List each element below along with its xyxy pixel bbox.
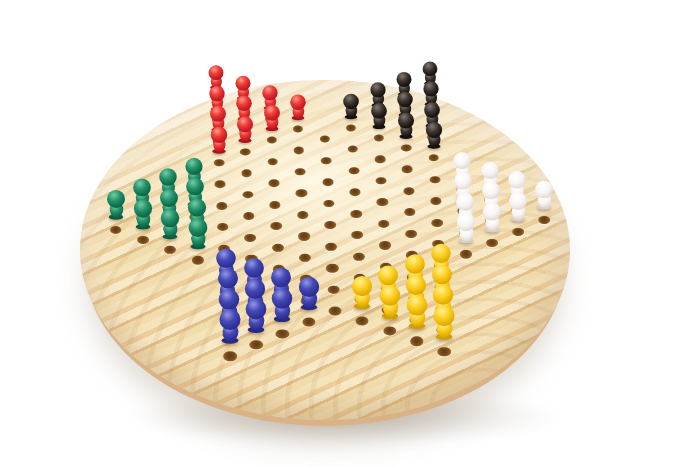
board-hole [326,264,338,273]
board-hole [377,198,388,206]
chinese-checkers-board [80,80,570,420]
peg-white [482,202,502,244]
peg-yellow [433,305,456,353]
board-hole [267,158,278,165]
peg-white [456,213,476,256]
board-hole [244,233,256,241]
board-hole [299,254,311,262]
board-hole [243,212,254,220]
board-hole [217,223,229,231]
peg-white [535,181,555,222]
peg-black [370,103,387,139]
board-hole [297,211,308,219]
peg-red [210,127,228,165]
board-hole [431,219,443,227]
board-hole [298,232,310,240]
board-hole [323,200,334,208]
peg-black [343,93,360,129]
board-hole [350,210,361,218]
board-hole [294,147,304,154]
peg-white [508,191,528,232]
board-hole [270,201,281,209]
board-hole [296,189,307,197]
board-hole [347,146,357,153]
board-hole [321,157,332,164]
peg-black [397,112,415,149]
peg-red [289,94,306,130]
peg-blue [218,309,241,357]
board-hole [429,176,440,184]
board-hole [353,252,365,260]
board-hole [322,178,333,186]
peg-green [133,199,153,241]
board-hole [272,244,284,252]
board-hole [215,181,226,189]
product-photo [0,0,700,467]
board-hole [295,168,306,175]
peg-red [263,105,280,141]
board-hole [379,241,391,249]
board-hole [430,197,441,205]
peg-yellow [406,295,429,343]
board-hole [271,222,283,230]
board-hole [216,202,227,210]
board-hole [403,187,414,195]
peg-yellow [378,286,400,333]
board-hole [327,285,340,294]
peg-black [425,122,443,159]
board-hole [324,221,336,229]
board-hole [404,208,415,216]
board-hole [405,230,417,238]
board-hole [241,169,252,176]
board-hole [325,242,337,250]
board-hole [348,167,359,174]
peg-green [188,219,209,262]
peg-red [237,116,255,153]
board-hole [375,156,386,163]
board-hole [402,166,413,173]
board-hole [349,188,360,196]
board-hole [269,179,280,187]
peg-blue [271,288,294,335]
peg-green [106,190,126,231]
board-hole [242,191,253,199]
board-hole [328,307,341,316]
board-hole [352,231,364,239]
board-hole [320,135,330,142]
peg-blue [245,299,268,347]
board-hole [376,177,387,185]
peg-green [160,209,180,252]
board-hole [378,220,390,228]
peg-yellow [351,276,373,322]
peg-blue [297,277,319,324]
